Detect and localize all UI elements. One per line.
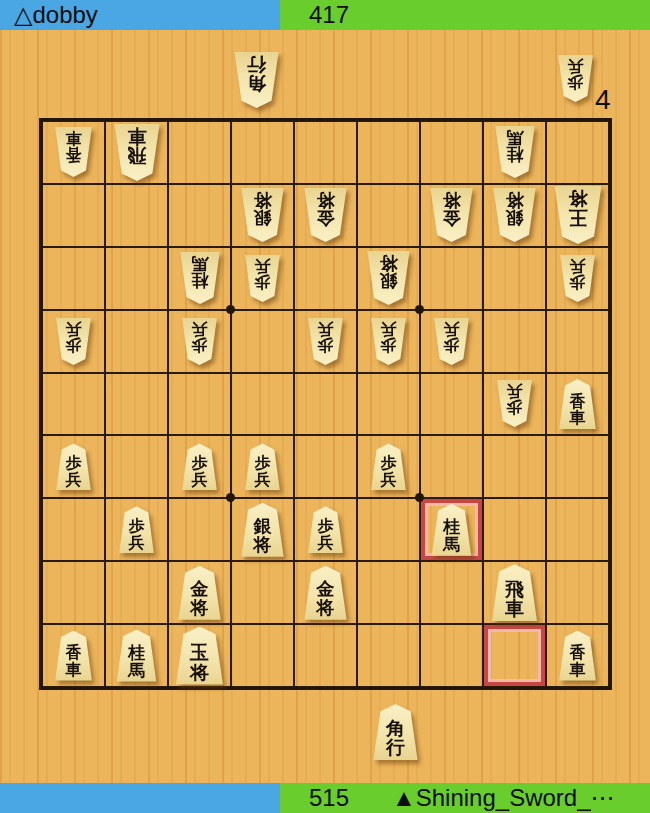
square-5-5[interactable] bbox=[294, 373, 357, 436]
square-4-4[interactable]: 歩兵 bbox=[357, 310, 420, 373]
square-4-2[interactable] bbox=[357, 184, 420, 247]
koma-kanji: 飛車 bbox=[113, 124, 161, 181]
square-2-1[interactable]: 桂馬 bbox=[483, 121, 546, 184]
square-3-8[interactable] bbox=[420, 561, 483, 624]
square-5-2[interactable]: 金将 bbox=[294, 184, 357, 247]
square-8-2[interactable] bbox=[105, 184, 168, 247]
gote-pawn[interactable]: 歩兵 bbox=[307, 318, 344, 365]
square-4-7[interactable] bbox=[357, 498, 420, 561]
gote-king[interactable]: 王将 bbox=[553, 186, 603, 244]
sente-king[interactable]: 玉将 bbox=[175, 627, 225, 685]
gote-hand-pawn-count: 4 bbox=[595, 84, 611, 116]
square-1-4[interactable] bbox=[546, 310, 609, 373]
square-5-8[interactable]: 金将 bbox=[294, 561, 357, 624]
square-3-2[interactable]: 金将 bbox=[420, 184, 483, 247]
star-point bbox=[226, 305, 235, 314]
square-6-7[interactable]: 銀将 bbox=[231, 498, 294, 561]
sente-pawn[interactable]: 歩兵 bbox=[307, 506, 344, 553]
sente-lance[interactable]: 香車 bbox=[54, 631, 93, 681]
square-5-6[interactable] bbox=[294, 435, 357, 498]
gote-pawn[interactable]: 歩兵 bbox=[181, 318, 218, 365]
sente-clock: 515 bbox=[309, 784, 349, 812]
koma-kanji: 金将 bbox=[303, 188, 348, 242]
koma-kanji: 玉将 bbox=[175, 627, 225, 685]
square-3-9[interactable] bbox=[420, 624, 483, 687]
gote-gold[interactable]: 金将 bbox=[429, 188, 474, 242]
square-3-3[interactable] bbox=[420, 247, 483, 310]
sente-rook[interactable]: 飛車 bbox=[491, 564, 539, 621]
square-7-1[interactable] bbox=[168, 121, 231, 184]
koma-kanji: 桂馬 bbox=[116, 630, 158, 682]
koma-kanji: 角行 bbox=[372, 704, 419, 760]
koma-kanji: 銀将 bbox=[366, 251, 411, 305]
square-6-9[interactable] bbox=[231, 624, 294, 687]
star-point bbox=[415, 493, 424, 502]
gote-lance[interactable]: 香車 bbox=[54, 127, 93, 177]
bottom-spacer-panel bbox=[0, 783, 280, 813]
koma-kanji: 銀将 bbox=[492, 188, 537, 242]
square-8-7[interactable]: 歩兵 bbox=[105, 498, 168, 561]
sente-pawn[interactable]: 歩兵 bbox=[244, 443, 281, 490]
square-9-9[interactable]: 香車 bbox=[42, 624, 105, 687]
gote-pawn[interactable]: 歩兵 bbox=[496, 380, 533, 427]
koma-kanji: 歩兵 bbox=[244, 443, 281, 490]
koma-kanji: 桂馬 bbox=[494, 126, 536, 178]
gote-bishop[interactable]: 角行 bbox=[233, 52, 280, 108]
square-3-7[interactable]: 桂馬 bbox=[420, 498, 483, 561]
gote-pawn[interactable]: 歩兵 bbox=[559, 255, 596, 302]
koma-kanji: 角行 bbox=[233, 52, 280, 108]
koma-kanji: 歩兵 bbox=[557, 55, 594, 102]
koma-kanji: 歩兵 bbox=[370, 318, 407, 365]
star-point bbox=[226, 493, 235, 502]
square-2-9[interactable] bbox=[483, 624, 546, 687]
square-2-5[interactable]: 歩兵 bbox=[483, 373, 546, 436]
sente-lance[interactable]: 香車 bbox=[558, 379, 597, 429]
square-9-2[interactable] bbox=[42, 184, 105, 247]
gote-rook[interactable]: 飛車 bbox=[113, 124, 161, 181]
koma-kanji: 香車 bbox=[54, 631, 93, 681]
square-1-9[interactable]: 香車 bbox=[546, 624, 609, 687]
square-4-5[interactable] bbox=[357, 373, 420, 436]
square-1-2[interactable]: 王将 bbox=[546, 184, 609, 247]
koma-kanji: 香車 bbox=[558, 379, 597, 429]
sente-knight[interactable]: 桂馬 bbox=[431, 504, 473, 556]
sente-clock-panel: 515 ▲Shining_Sword_⋯ bbox=[280, 783, 650, 813]
square-2-6[interactable] bbox=[483, 435, 546, 498]
sente-pawn[interactable]: 歩兵 bbox=[181, 443, 218, 490]
gote-player-name: △dobby bbox=[14, 1, 98, 29]
square-9-7[interactable] bbox=[42, 498, 105, 561]
square-7-5[interactable] bbox=[168, 373, 231, 436]
square-9-5[interactable] bbox=[42, 373, 105, 436]
gote-clock-panel: 417 bbox=[280, 0, 650, 30]
koma-kanji: 香車 bbox=[558, 631, 597, 681]
koma-kanji: 香車 bbox=[54, 127, 93, 177]
square-7-9[interactable]: 玉将 bbox=[168, 624, 231, 687]
koma-kanji: 歩兵 bbox=[181, 318, 218, 365]
gote-clock: 417 bbox=[309, 1, 349, 29]
koma-kanji: 歩兵 bbox=[55, 318, 92, 365]
koma-kanji: 金将 bbox=[177, 566, 222, 620]
koma-kanji: 銀将 bbox=[240, 188, 285, 242]
gote-pawn[interactable]: 歩兵 bbox=[244, 255, 281, 302]
square-3-1[interactable] bbox=[420, 121, 483, 184]
koma-kanji: 歩兵 bbox=[307, 318, 344, 365]
square-3-5[interactable] bbox=[420, 373, 483, 436]
square-7-7[interactable] bbox=[168, 498, 231, 561]
square-5-1[interactable] bbox=[294, 121, 357, 184]
koma-kanji: 桂馬 bbox=[179, 252, 221, 304]
square-8-1[interactable]: 飛車 bbox=[105, 121, 168, 184]
sente-pawn[interactable]: 歩兵 bbox=[55, 443, 92, 490]
square-6-1[interactable] bbox=[231, 121, 294, 184]
square-7-8[interactable]: 金将 bbox=[168, 561, 231, 624]
square-2-3[interactable] bbox=[483, 247, 546, 310]
sente-gold[interactable]: 金将 bbox=[303, 566, 348, 620]
square-7-6[interactable]: 歩兵 bbox=[168, 435, 231, 498]
koma-kanji: 歩兵 bbox=[181, 443, 218, 490]
square-8-8[interactable] bbox=[105, 561, 168, 624]
gote-pawn[interactable]: 歩兵 bbox=[433, 318, 470, 365]
gote-pawn[interactable]: 歩兵 bbox=[370, 318, 407, 365]
gote-name-panel: △dobby bbox=[0, 0, 280, 30]
square-9-3[interactable] bbox=[42, 247, 105, 310]
square-8-6[interactable] bbox=[105, 435, 168, 498]
gote-silver[interactable]: 銀将 bbox=[240, 188, 285, 242]
top-player-bar: △dobby 417 bbox=[0, 0, 650, 30]
koma-kanji: 歩兵 bbox=[307, 506, 344, 553]
square-8-9[interactable]: 桂馬 bbox=[105, 624, 168, 687]
square-8-4[interactable] bbox=[105, 310, 168, 373]
square-8-3[interactable] bbox=[105, 247, 168, 310]
sente-knight[interactable]: 桂馬 bbox=[116, 630, 158, 682]
square-7-4[interactable]: 歩兵 bbox=[168, 310, 231, 373]
square-9-1[interactable]: 香車 bbox=[42, 121, 105, 184]
square-5-4[interactable]: 歩兵 bbox=[294, 310, 357, 373]
square-7-2[interactable] bbox=[168, 184, 231, 247]
gote-silver[interactable]: 銀将 bbox=[492, 188, 537, 242]
square-6-5[interactable] bbox=[231, 373, 294, 436]
square-9-6[interactable]: 歩兵 bbox=[42, 435, 105, 498]
square-6-8[interactable] bbox=[231, 561, 294, 624]
square-1-7[interactable] bbox=[546, 498, 609, 561]
gote-knight[interactable]: 桂馬 bbox=[494, 126, 536, 178]
square-2-8[interactable]: 飛車 bbox=[483, 561, 546, 624]
square-9-8[interactable] bbox=[42, 561, 105, 624]
square-6-3[interactable]: 歩兵 bbox=[231, 247, 294, 310]
square-6-6[interactable]: 歩兵 bbox=[231, 435, 294, 498]
square-5-3[interactable] bbox=[294, 247, 357, 310]
koma-kanji: 桂馬 bbox=[431, 504, 473, 556]
koma-kanji: 金将 bbox=[303, 566, 348, 620]
square-5-9[interactable] bbox=[294, 624, 357, 687]
square-5-7[interactable]: 歩兵 bbox=[294, 498, 357, 561]
square-4-9[interactable] bbox=[357, 624, 420, 687]
square-1-8[interactable] bbox=[546, 561, 609, 624]
gote-knight[interactable]: 桂馬 bbox=[179, 252, 221, 304]
square-1-6[interactable] bbox=[546, 435, 609, 498]
square-3-4[interactable]: 歩兵 bbox=[420, 310, 483, 373]
koma-kanji: 歩兵 bbox=[118, 506, 155, 553]
square-9-4[interactable]: 歩兵 bbox=[42, 310, 105, 373]
square-1-5[interactable]: 香車 bbox=[546, 373, 609, 436]
square-4-3[interactable]: 銀将 bbox=[357, 247, 420, 310]
koma-kanji: 歩兵 bbox=[55, 443, 92, 490]
koma-kanji: 歩兵 bbox=[370, 443, 407, 490]
square-2-7[interactable] bbox=[483, 498, 546, 561]
koma-kanji: 銀将 bbox=[240, 503, 285, 557]
gote-silver[interactable]: 銀将 bbox=[366, 251, 411, 305]
bottom-player-bar: 515 ▲Shining_Sword_⋯ bbox=[0, 783, 650, 813]
shogi-app: △dobby 417 角行歩兵 4 香車飛車桂馬銀将金将金将銀将王将桂馬歩兵銀将… bbox=[0, 0, 650, 813]
koma-kanji: 金将 bbox=[429, 188, 474, 242]
koma-kanji: 王将 bbox=[553, 186, 603, 244]
koma-kanji: 歩兵 bbox=[559, 255, 596, 302]
koma-kanji: 歩兵 bbox=[496, 380, 533, 427]
square-4-1[interactable] bbox=[357, 121, 420, 184]
square-6-2[interactable]: 銀将 bbox=[231, 184, 294, 247]
sente-lance[interactable]: 香車 bbox=[558, 631, 597, 681]
square-1-3[interactable]: 歩兵 bbox=[546, 247, 609, 310]
koma-kanji: 歩兵 bbox=[433, 318, 470, 365]
square-8-5[interactable] bbox=[105, 373, 168, 436]
square-1-1[interactable] bbox=[546, 121, 609, 184]
gote-pawn[interactable]: 歩兵 bbox=[557, 55, 594, 102]
square-3-6[interactable] bbox=[420, 435, 483, 498]
square-2-4[interactable] bbox=[483, 310, 546, 373]
sente-player-name: ▲Shining_Sword_⋯ bbox=[392, 784, 615, 812]
gote-gold[interactable]: 金将 bbox=[303, 188, 348, 242]
square-7-3[interactable]: 桂馬 bbox=[168, 247, 231, 310]
square-4-6[interactable]: 歩兵 bbox=[357, 435, 420, 498]
koma-kanji: 歩兵 bbox=[244, 255, 281, 302]
sente-silver[interactable]: 銀将 bbox=[240, 503, 285, 557]
sente-pawn[interactable]: 歩兵 bbox=[370, 443, 407, 490]
square-6-4[interactable] bbox=[231, 310, 294, 373]
star-point bbox=[415, 305, 424, 314]
square-2-2[interactable]: 銀将 bbox=[483, 184, 546, 247]
gote-pawn[interactable]: 歩兵 bbox=[55, 318, 92, 365]
board: 香車飛車桂馬銀将金将金将銀将王将桂馬歩兵銀将歩兵歩兵歩兵歩兵歩兵歩兵歩兵香車歩兵… bbox=[39, 118, 612, 690]
square-4-8[interactable] bbox=[357, 561, 420, 624]
sente-bishop[interactable]: 角行 bbox=[372, 704, 419, 760]
sente-gold[interactable]: 金将 bbox=[177, 566, 222, 620]
sente-pawn[interactable]: 歩兵 bbox=[118, 506, 155, 553]
koma-kanji: 飛車 bbox=[491, 564, 539, 621]
